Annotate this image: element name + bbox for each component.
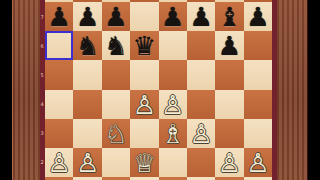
chess-board: ♜♝♜♚♟♟♟♟♟♝♟♞♞♛♟♙♙♘♗♙♙♙♕♙♙♔♖♗♘♖ bbox=[45, 0, 272, 180]
black-pawn-g6: ♟ bbox=[215, 31, 243, 60]
square-g6[interactable]: ♟ bbox=[215, 31, 243, 60]
square-h5[interactable] bbox=[244, 60, 272, 89]
square-g2[interactable]: ♙ bbox=[215, 148, 243, 177]
square-c3[interactable]: ♘ bbox=[102, 119, 130, 148]
rank-label-4: 4 bbox=[39, 101, 45, 107]
black-pawn-e7: ♟ bbox=[159, 2, 187, 31]
square-b3[interactable] bbox=[73, 119, 101, 148]
square-g4[interactable] bbox=[215, 90, 243, 119]
square-c1[interactable]: ♔ bbox=[102, 177, 130, 180]
letterbox-right bbox=[308, 0, 320, 180]
black-pawn-c7: ♟ bbox=[102, 2, 130, 31]
white-queen-d2: ♕ bbox=[130, 148, 158, 177]
black-knight-c6: ♞ bbox=[102, 31, 130, 60]
square-g3[interactable] bbox=[215, 119, 243, 148]
square-d5[interactable] bbox=[130, 60, 158, 89]
board-frame-right bbox=[272, 0, 308, 180]
square-g1[interactable]: ♘ bbox=[215, 177, 243, 180]
square-e6[interactable] bbox=[159, 31, 187, 60]
square-e1[interactable] bbox=[159, 177, 187, 180]
rank-label-5: 5 bbox=[39, 72, 45, 78]
black-pawn-a7: ♟ bbox=[45, 2, 73, 31]
square-c7[interactable]: ♟ bbox=[102, 2, 130, 31]
square-e2[interactable] bbox=[159, 148, 187, 177]
white-pawn-a2: ♙ bbox=[45, 148, 73, 177]
square-h6[interactable] bbox=[244, 31, 272, 60]
white-pawn-g2: ♙ bbox=[215, 148, 243, 177]
square-c5[interactable] bbox=[102, 60, 130, 89]
square-d6[interactable]: ♛ bbox=[130, 31, 158, 60]
square-a4[interactable] bbox=[45, 90, 73, 119]
square-f1[interactable]: ♗ bbox=[187, 177, 215, 180]
white-rook-h1: ♖ bbox=[244, 177, 272, 180]
rank-label-3: 3 bbox=[39, 130, 45, 136]
square-f5[interactable] bbox=[187, 60, 215, 89]
square-b5[interactable] bbox=[73, 60, 101, 89]
white-pawn-b2: ♙ bbox=[73, 148, 101, 177]
square-d3[interactable] bbox=[130, 119, 158, 148]
square-c4[interactable] bbox=[102, 90, 130, 119]
square-f6[interactable] bbox=[187, 31, 215, 60]
square-d2[interactable]: ♕ bbox=[130, 148, 158, 177]
white-bishop-f1: ♗ bbox=[187, 177, 215, 180]
white-bishop-e3: ♗ bbox=[159, 119, 187, 148]
square-c6[interactable]: ♞ bbox=[102, 31, 130, 60]
square-g5[interactable] bbox=[215, 60, 243, 89]
black-pawn-b7: ♟ bbox=[73, 2, 101, 31]
square-e4[interactable]: ♙ bbox=[159, 90, 187, 119]
rank-label-6: 6 bbox=[39, 43, 45, 49]
white-rook-d1: ♖ bbox=[130, 177, 158, 180]
square-h2[interactable]: ♙ bbox=[244, 148, 272, 177]
square-e7[interactable]: ♟ bbox=[159, 2, 187, 31]
black-queen-d6: ♛ bbox=[130, 31, 158, 60]
square-h3[interactable] bbox=[244, 119, 272, 148]
square-b6[interactable]: ♞ bbox=[73, 31, 101, 60]
rank-label-7: 7 bbox=[39, 14, 45, 20]
square-e3[interactable]: ♗ bbox=[159, 119, 187, 148]
white-knight-g1: ♘ bbox=[215, 177, 243, 180]
square-f4[interactable] bbox=[187, 90, 215, 119]
square-d4[interactable]: ♙ bbox=[130, 90, 158, 119]
square-e5[interactable] bbox=[159, 60, 187, 89]
black-bishop-g7: ♝ bbox=[215, 2, 243, 31]
square-f7[interactable]: ♟ bbox=[187, 2, 215, 31]
square-a7[interactable]: ♟ bbox=[45, 2, 73, 31]
square-a5[interactable] bbox=[45, 60, 73, 89]
square-a2[interactable]: ♙ bbox=[45, 148, 73, 177]
square-b4[interactable] bbox=[73, 90, 101, 119]
black-pawn-f7: ♟ bbox=[187, 2, 215, 31]
square-h7[interactable]: ♟ bbox=[244, 2, 272, 31]
square-f2[interactable] bbox=[187, 148, 215, 177]
square-a3[interactable] bbox=[45, 119, 73, 148]
square-b2[interactable]: ♙ bbox=[73, 148, 101, 177]
letterbox-left bbox=[0, 0, 12, 180]
square-g7[interactable]: ♝ bbox=[215, 2, 243, 31]
rank-label-2: 2 bbox=[39, 159, 45, 165]
white-knight-c3: ♘ bbox=[102, 119, 130, 148]
square-f3[interactable]: ♙ bbox=[187, 119, 215, 148]
board-frame-left bbox=[12, 0, 45, 180]
square-a1[interactable] bbox=[45, 177, 73, 180]
square-h4[interactable] bbox=[244, 90, 272, 119]
square-a6[interactable] bbox=[45, 31, 73, 60]
square-b1[interactable] bbox=[73, 177, 101, 180]
square-d7[interactable] bbox=[130, 2, 158, 31]
square-d1[interactable]: ♖ bbox=[130, 177, 158, 180]
white-pawn-d4: ♙ bbox=[130, 90, 158, 119]
square-b7[interactable]: ♟ bbox=[73, 2, 101, 31]
square-h1[interactable]: ♖ bbox=[244, 177, 272, 180]
square-c2[interactable] bbox=[102, 148, 130, 177]
black-pawn-h7: ♟ bbox=[244, 2, 272, 31]
white-king-c1: ♔ bbox=[102, 177, 130, 180]
black-knight-b6: ♞ bbox=[73, 31, 101, 60]
white-pawn-h2: ♙ bbox=[244, 148, 272, 177]
white-pawn-e4: ♙ bbox=[159, 90, 187, 119]
chess-gui-screenshot: ♜♝♜♚♟♟♟♟♟♝♟♞♞♛♟♙♙♘♗♙♙♙♕♙♙♔♖♗♘♖ 87654321 bbox=[0, 0, 320, 180]
white-pawn-f3: ♙ bbox=[187, 119, 215, 148]
